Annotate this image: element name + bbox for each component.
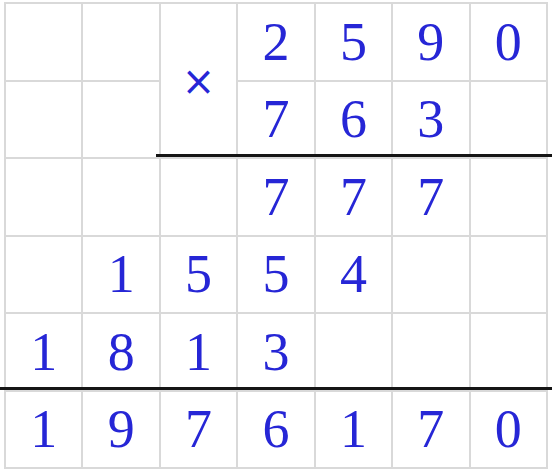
cell-r2c7 bbox=[471, 82, 546, 158]
cell-r5c1-partial3-digit: 1 bbox=[6, 314, 81, 390]
cell-r1c2 bbox=[83, 4, 158, 80]
cell-r4c3-partial2-digit: 5 bbox=[161, 237, 236, 313]
cell-r1c7-multiplicand-digit: 0 bbox=[471, 4, 546, 80]
multiplication-worksheet: × 2 5 9 0 7 6 3 7 7 7 1 5 5 4 1 8 1 3 bbox=[0, 0, 552, 471]
cell-r4c5-partial2-digit: 4 bbox=[316, 237, 391, 313]
cell-r3c1 bbox=[6, 159, 81, 235]
cell-r1c1 bbox=[6, 4, 81, 80]
cell-r6c2-product-digit: 9 bbox=[83, 392, 158, 468]
cell-r3c4-partial1-digit: 7 bbox=[238, 159, 313, 235]
multiply-sign: × bbox=[161, 4, 236, 157]
worksheet-grid: × 2 5 9 0 7 6 3 7 7 7 1 5 5 4 1 8 1 3 bbox=[4, 2, 548, 469]
cell-r3c6-partial1-digit: 7 bbox=[393, 159, 468, 235]
cell-r6c3-product-digit: 7 bbox=[161, 392, 236, 468]
cell-r5c2-partial3-digit: 8 bbox=[83, 314, 158, 390]
cell-r3c2 bbox=[83, 159, 158, 235]
cell-r4c1 bbox=[6, 237, 81, 313]
cell-r2c2 bbox=[83, 82, 158, 158]
multiplier-underline-rule bbox=[156, 154, 552, 157]
cell-r2c6-multiplier-digit: 3 bbox=[393, 82, 468, 158]
cell-r3c7 bbox=[471, 159, 546, 235]
cell-r6c1-product-digit: 1 bbox=[6, 392, 81, 468]
sum-underline-rule bbox=[0, 387, 552, 390]
cell-r4c4-partial2-digit: 5 bbox=[238, 237, 313, 313]
cell-r5c6 bbox=[393, 314, 468, 390]
cell-r5c5 bbox=[316, 314, 391, 390]
cell-r5c3-partial3-digit: 1 bbox=[161, 314, 236, 390]
cell-r2c4-multiplier-digit: 7 bbox=[238, 82, 313, 158]
cell-r4c6 bbox=[393, 237, 468, 313]
cell-r6c5-product-digit: 1 bbox=[316, 392, 391, 468]
cell-r3c5-partial1-digit: 7 bbox=[316, 159, 391, 235]
cell-r1c5-multiplicand-digit: 5 bbox=[316, 4, 391, 80]
cell-r2c5-multiplier-digit: 6 bbox=[316, 82, 391, 158]
cell-r5c4-partial3-digit: 3 bbox=[238, 314, 313, 390]
cell-r4c7 bbox=[471, 237, 546, 313]
cell-r5c7 bbox=[471, 314, 546, 390]
cell-r1c4-multiplicand-digit: 2 bbox=[238, 4, 313, 80]
cell-r3c3 bbox=[161, 159, 236, 235]
cell-r6c4-product-digit: 6 bbox=[238, 392, 313, 468]
cell-r6c6-product-digit: 7 bbox=[393, 392, 468, 468]
cell-r1c6-multiplicand-digit: 9 bbox=[393, 4, 468, 80]
cell-r2c1 bbox=[6, 82, 81, 158]
cell-r6c7-product-digit: 0 bbox=[471, 392, 546, 468]
cell-r4c2-partial2-digit: 1 bbox=[83, 237, 158, 313]
